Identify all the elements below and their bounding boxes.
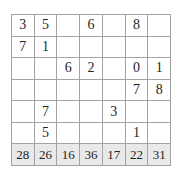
grid-cell-r4c5[interactable] <box>103 80 125 101</box>
column-sum-cell-c2: 26 <box>35 144 57 165</box>
grid-cell-r6c2: 5 <box>35 123 57 144</box>
column-sum-cell-c4: 36 <box>80 144 102 165</box>
grid-cell-r3c7: 1 <box>148 58 170 79</box>
grid-cell-r3c6: 0 <box>126 58 148 79</box>
grid-cell-r1c2: 5 <box>35 15 57 36</box>
grid-cell-r3c2[interactable] <box>35 58 57 79</box>
grid-cell-r4c7: 8 <box>148 80 170 101</box>
grid-cell-r2c3[interactable] <box>57 37 79 58</box>
grid-cell-r5c1[interactable] <box>12 101 34 122</box>
grid-cell-r1c3[interactable] <box>57 15 79 36</box>
grid-cell-r6c1[interactable] <box>12 123 34 144</box>
grid-cell-r3c1[interactable] <box>12 58 34 79</box>
grid-cell-r6c5[interactable] <box>103 123 125 144</box>
grid-cell-r4c4[interactable] <box>80 80 102 101</box>
grid-cell-r1c6: 8 <box>126 15 148 36</box>
grid-cell-r6c7[interactable] <box>148 123 170 144</box>
grid-cell-r5c6[interactable] <box>126 101 148 122</box>
grid-cell-r2c4[interactable] <box>80 37 102 58</box>
grid-cell-r5c3[interactable] <box>57 101 79 122</box>
grid-cell-r1c4: 6 <box>80 15 102 36</box>
column-sum-cell-c5: 17 <box>103 144 125 165</box>
grid-cell-r4c1[interactable] <box>12 80 34 101</box>
grid-cell-r3c5[interactable] <box>103 58 125 79</box>
grid-cell-r6c4[interactable] <box>80 123 102 144</box>
grid-cell-r3c3: 6 <box>57 58 79 79</box>
grid-cell-r1c7[interactable] <box>148 15 170 36</box>
grid-cell-r2c6[interactable] <box>126 37 148 58</box>
grid-cell-r5c4[interactable] <box>80 101 102 122</box>
puzzle-board: 356871620178735128261636172231 <box>11 14 171 166</box>
grid-cell-r2c7[interactable] <box>148 37 170 58</box>
column-sum-cell-c6: 22 <box>126 144 148 165</box>
grid-cell-r6c3[interactable] <box>57 123 79 144</box>
grid-cell-r1c1: 3 <box>12 15 34 36</box>
grid-cell-r3c4: 2 <box>80 58 102 79</box>
grid-cell-r4c6: 7 <box>126 80 148 101</box>
grid-cell-r5c5: 3 <box>103 101 125 122</box>
grid-cell-r1c5[interactable] <box>103 15 125 36</box>
grid-cell-r4c2[interactable] <box>35 80 57 101</box>
grid-cell-r6c6: 1 <box>126 123 148 144</box>
grid-cell-r5c7[interactable] <box>148 101 170 122</box>
column-sum-cell-c1: 28 <box>12 144 34 165</box>
grid-cell-r2c2: 1 <box>35 37 57 58</box>
grid-cell-r5c2: 7 <box>35 101 57 122</box>
grid-cell-r2c5[interactable] <box>103 37 125 58</box>
column-sum-cell-c3: 16 <box>57 144 79 165</box>
grid-cell-r2c1: 7 <box>12 37 34 58</box>
grid-cell-r4c3[interactable] <box>57 80 79 101</box>
column-sum-cell-c7: 31 <box>148 144 170 165</box>
